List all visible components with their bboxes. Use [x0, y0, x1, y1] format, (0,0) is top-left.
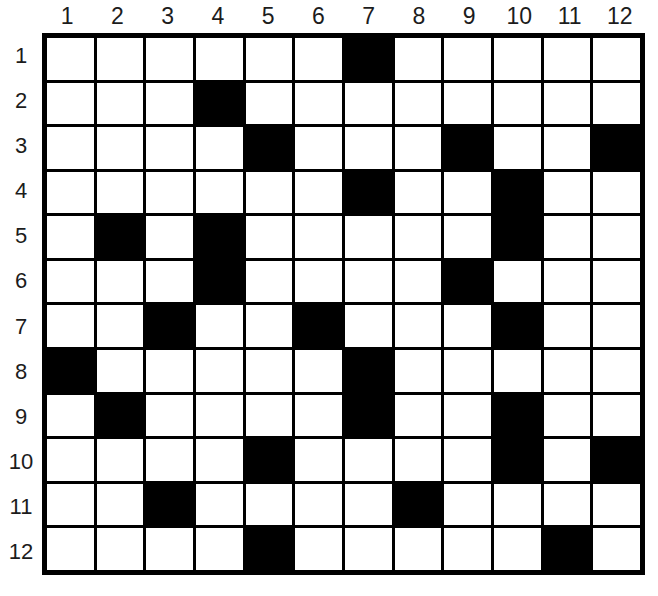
cell-r6c3[interactable]	[146, 261, 193, 303]
cell-r3c6[interactable]	[295, 127, 342, 169]
cell-r6c1[interactable]	[47, 261, 94, 303]
block-cell-r9c2	[97, 395, 144, 437]
cell-r1c5[interactable]	[246, 38, 293, 80]
cell-r1c9[interactable]	[444, 38, 491, 80]
cell-r11c5[interactable]	[246, 484, 293, 526]
cell-r10c8[interactable]	[395, 439, 442, 481]
block-cell-r12c5	[246, 528, 293, 570]
column-label-3: 3	[143, 0, 193, 33]
cell-r9c3[interactable]	[146, 395, 193, 437]
cell-r2c10[interactable]	[494, 83, 541, 125]
cell-r10c6[interactable]	[295, 439, 342, 481]
column-label-1: 1	[42, 0, 92, 33]
cell-r5c5[interactable]	[246, 216, 293, 258]
cell-r3c10[interactable]	[494, 127, 541, 169]
cell-r11c1[interactable]	[47, 484, 94, 526]
row-label-4: 4	[0, 169, 42, 214]
cell-r9c11[interactable]	[544, 395, 591, 437]
cell-r7c12[interactable]	[593, 305, 640, 347]
row-label-6: 6	[0, 259, 42, 304]
column-label-8: 8	[394, 0, 444, 33]
cell-r8c5[interactable]	[246, 350, 293, 392]
cell-r1c8[interactable]	[395, 38, 442, 80]
cell-r2c8[interactable]	[395, 83, 442, 125]
cell-r8c3[interactable]	[146, 350, 193, 392]
block-cell-r6c4	[196, 261, 243, 303]
cell-r2c2[interactable]	[97, 83, 144, 125]
cell-r8c6[interactable]	[295, 350, 342, 392]
cell-r12c9[interactable]	[444, 528, 491, 570]
cell-r10c9[interactable]	[444, 439, 491, 481]
cell-r1c11[interactable]	[544, 38, 591, 80]
cell-r11c2[interactable]	[97, 484, 144, 526]
cell-r6c2[interactable]	[97, 261, 144, 303]
cell-r7c4[interactable]	[196, 305, 243, 347]
cell-r12c4[interactable]	[196, 528, 243, 570]
block-cell-r11c8	[395, 484, 442, 526]
cell-r4c3[interactable]	[146, 172, 193, 214]
cell-r1c10[interactable]	[494, 38, 541, 80]
cell-r10c1[interactable]	[47, 439, 94, 481]
cell-r4c2[interactable]	[97, 172, 144, 214]
cell-r5c1[interactable]	[47, 216, 94, 258]
column-label-5: 5	[243, 0, 293, 33]
cell-r1c2[interactable]	[97, 38, 144, 80]
cell-r9c5[interactable]	[246, 395, 293, 437]
cell-r2c7[interactable]	[345, 83, 392, 125]
cell-r3c8[interactable]	[395, 127, 442, 169]
cell-r7c11[interactable]	[544, 305, 591, 347]
cell-r2c6[interactable]	[295, 83, 342, 125]
cell-r6c5[interactable]	[246, 261, 293, 303]
row-label-7: 7	[0, 304, 42, 349]
cell-r3c11[interactable]	[544, 127, 591, 169]
column-label-10: 10	[494, 0, 544, 33]
cell-r1c3[interactable]	[146, 38, 193, 80]
cell-r8c2[interactable]	[97, 350, 144, 392]
row-label-10: 10	[0, 440, 42, 485]
cell-r10c11[interactable]	[544, 439, 591, 481]
cell-r7c2[interactable]	[97, 305, 144, 347]
cell-r12c2[interactable]	[97, 528, 144, 570]
column-label-7: 7	[344, 0, 394, 33]
row-label-3: 3	[0, 123, 42, 168]
cell-r11c4[interactable]	[196, 484, 243, 526]
cell-r6c7[interactable]	[345, 261, 392, 303]
cell-r6c10[interactable]	[494, 261, 541, 303]
block-cell-r3c12	[593, 127, 640, 169]
column-label-4: 4	[193, 0, 243, 33]
cell-r2c5[interactable]	[246, 83, 293, 125]
cell-r8c9[interactable]	[444, 350, 491, 392]
block-cell-r5c10	[494, 216, 541, 258]
cell-r12c1[interactable]	[47, 528, 94, 570]
cell-r4c6[interactable]	[295, 172, 342, 214]
row-labels: 123456789101112	[0, 33, 42, 575]
cell-r8c11[interactable]	[544, 350, 591, 392]
column-label-6: 6	[293, 0, 343, 33]
cell-r2c9[interactable]	[444, 83, 491, 125]
cell-r11c7[interactable]	[345, 484, 392, 526]
cell-r12c6[interactable]	[295, 528, 342, 570]
block-cell-r5c2	[97, 216, 144, 258]
row-label-11: 11	[0, 485, 42, 530]
block-cell-r4c10	[494, 172, 541, 214]
cell-r4c4[interactable]	[196, 172, 243, 214]
column-label-11: 11	[545, 0, 595, 33]
cell-r10c7[interactable]	[345, 439, 392, 481]
row-label-1: 1	[0, 33, 42, 78]
cell-r12c8[interactable]	[395, 528, 442, 570]
block-cell-r3c5	[246, 127, 293, 169]
cell-r11c9[interactable]	[444, 484, 491, 526]
cell-r4c1[interactable]	[47, 172, 94, 214]
row-label-2: 2	[0, 78, 42, 123]
block-cell-r6c9	[444, 261, 491, 303]
cell-r12c7[interactable]	[345, 528, 392, 570]
cell-r6c8[interactable]	[395, 261, 442, 303]
cell-r8c4[interactable]	[196, 350, 243, 392]
block-cell-r7c3	[146, 305, 193, 347]
row-label-9: 9	[0, 394, 42, 439]
cell-r8c12[interactable]	[593, 350, 640, 392]
cell-r2c11[interactable]	[544, 83, 591, 125]
cell-r9c8[interactable]	[395, 395, 442, 437]
cell-r3c4[interactable]	[196, 127, 243, 169]
block-cell-r4c7	[345, 172, 392, 214]
cell-r4c9[interactable]	[444, 172, 491, 214]
cell-r8c8[interactable]	[395, 350, 442, 392]
cell-r4c5[interactable]	[246, 172, 293, 214]
cell-r9c6[interactable]	[295, 395, 342, 437]
row-label-5: 5	[0, 214, 42, 259]
block-cell-r10c5	[246, 439, 293, 481]
cell-r7c1[interactable]	[47, 305, 94, 347]
cell-r2c1[interactable]	[47, 83, 94, 125]
block-cell-r12c11	[544, 528, 591, 570]
block-cell-r7c6	[295, 305, 342, 347]
cell-r10c4[interactable]	[196, 439, 243, 481]
cell-r5c12[interactable]	[593, 216, 640, 258]
column-label-9: 9	[444, 0, 494, 33]
block-cell-r3c9	[444, 127, 491, 169]
cell-r8c10[interactable]	[494, 350, 541, 392]
cell-r3c7[interactable]	[345, 127, 392, 169]
cell-r4c11[interactable]	[544, 172, 591, 214]
crossword-board	[42, 33, 645, 575]
cell-r5c8[interactable]	[395, 216, 442, 258]
cell-r9c4[interactable]	[196, 395, 243, 437]
cell-r12c12[interactable]	[593, 528, 640, 570]
block-cell-r9c7	[345, 395, 392, 437]
cell-r7c5[interactable]	[246, 305, 293, 347]
cell-r9c12[interactable]	[593, 395, 640, 437]
cell-r5c3[interactable]	[146, 216, 193, 258]
block-cell-r10c10	[494, 439, 541, 481]
cell-r11c6[interactable]	[295, 484, 342, 526]
cell-r3c1[interactable]	[47, 127, 94, 169]
cell-r4c12[interactable]	[593, 172, 640, 214]
block-cell-r5c4	[196, 216, 243, 258]
cell-r5c11[interactable]	[544, 216, 591, 258]
cell-r2c12[interactable]	[593, 83, 640, 125]
cell-r7c8[interactable]	[395, 305, 442, 347]
cell-r3c2[interactable]	[97, 127, 144, 169]
column-label-12: 12	[595, 0, 645, 33]
cell-r10c2[interactable]	[97, 439, 144, 481]
cell-r12c3[interactable]	[146, 528, 193, 570]
column-label-2: 2	[92, 0, 142, 33]
cell-r4c8[interactable]	[395, 172, 442, 214]
cell-r1c6[interactable]	[295, 38, 342, 80]
block-cell-r11c3	[146, 484, 193, 526]
block-cell-r10c12	[593, 439, 640, 481]
cell-r1c4[interactable]	[196, 38, 243, 80]
cell-r11c11[interactable]	[544, 484, 591, 526]
block-cell-r8c1	[47, 350, 94, 392]
block-cell-r8c7	[345, 350, 392, 392]
cell-r5c7[interactable]	[345, 216, 392, 258]
cell-r2c3[interactable]	[146, 83, 193, 125]
block-cell-r1c7	[345, 38, 392, 80]
crossword-diagram: 123456789101112 123456789101112	[0, 0, 658, 596]
cell-r11c10[interactable]	[494, 484, 541, 526]
cell-r5c9[interactable]	[444, 216, 491, 258]
cell-r1c1[interactable]	[47, 38, 94, 80]
cell-r9c1[interactable]	[47, 395, 94, 437]
cell-r1c12[interactable]	[593, 38, 640, 80]
cell-r9c9[interactable]	[444, 395, 491, 437]
cell-r7c9[interactable]	[444, 305, 491, 347]
cell-r3c3[interactable]	[146, 127, 193, 169]
block-cell-r7c10	[494, 305, 541, 347]
row-label-12: 12	[0, 530, 42, 575]
block-cell-r2c4	[196, 83, 243, 125]
cell-r7c7[interactable]	[345, 305, 392, 347]
row-label-8: 8	[0, 349, 42, 394]
cell-r11c12[interactable]	[593, 484, 640, 526]
cell-r12c10[interactable]	[494, 528, 541, 570]
cell-r5c6[interactable]	[295, 216, 342, 258]
cell-r10c3[interactable]	[146, 439, 193, 481]
block-cell-r9c10	[494, 395, 541, 437]
cell-r6c6[interactable]	[295, 261, 342, 303]
column-labels: 123456789101112	[42, 0, 645, 33]
cell-r6c11[interactable]	[544, 261, 591, 303]
cell-r6c12[interactable]	[593, 261, 640, 303]
